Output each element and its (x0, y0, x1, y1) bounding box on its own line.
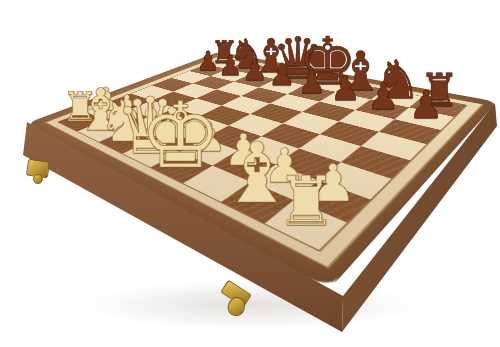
piece-black-pawn-b7: ♟ (218, 52, 243, 80)
piece-black-pawn-e7: ♟ (297, 66, 326, 98)
piece-black-pawn-d7: ♟ (268, 60, 295, 90)
pieces-layer: ♜♞♝♛♚♝♞♜♟♟♟♟♟♟♟♟♟♟♟♟♟♟♟♟♜♝♞♛♚♝♜ (0, 0, 500, 347)
chess-set-photo: ♜♞♝♛♚♝♞♜♟♟♟♟♟♟♟♟♟♟♟♟♟♟♟♟♜♝♞♛♚♝♜ (0, 0, 500, 347)
piece-black-pawn-a7: ♟ (196, 48, 220, 74)
piece-white-rook-h1: ♜ (276, 167, 337, 235)
piece-black-pawn-g7: ♟ (367, 78, 399, 114)
piece-black-pawn-f7: ♟ (330, 72, 360, 106)
piece-black-pawn-h7: ♟ (409, 86, 444, 125)
piece-white-king-e1: ♚ (140, 90, 222, 181)
piece-black-pawn-c7: ♟ (242, 56, 268, 85)
